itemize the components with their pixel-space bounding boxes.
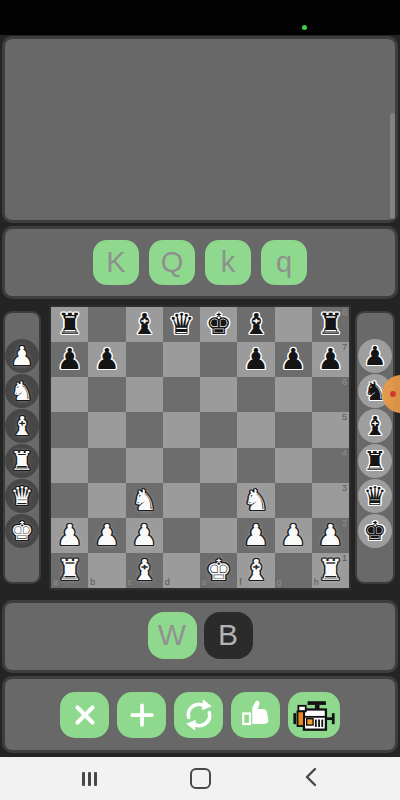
square-g8[interactable] xyxy=(275,307,312,342)
black-bishop: ♝ xyxy=(243,310,269,339)
square-h2[interactable]: ♟2 xyxy=(312,518,349,553)
square-a2[interactable]: ♟ xyxy=(51,518,88,553)
white-pawn: ♟ xyxy=(94,521,120,550)
square-c4[interactable] xyxy=(126,448,163,483)
tray-white-rook-button[interactable]: ♜ xyxy=(5,444,39,478)
back-icon xyxy=(305,767,317,791)
square-e2[interactable] xyxy=(200,518,237,553)
square-g5[interactable] xyxy=(275,412,312,447)
square-c7[interactable] xyxy=(126,342,163,377)
square-f4[interactable] xyxy=(237,448,274,483)
castling-white-queenside-button[interactable]: Q xyxy=(149,240,195,285)
file-label-d: d xyxy=(165,578,170,587)
square-e1[interactable]: ♚e xyxy=(200,553,237,588)
black-pawn-icon: ♟ xyxy=(363,339,386,373)
white-knight: ♞ xyxy=(131,486,157,515)
tray-black-pawn-button[interactable]: ♟ xyxy=(358,339,392,373)
square-h4[interactable]: 4 xyxy=(312,448,349,483)
tray-white-knight-button[interactable]: ♞ xyxy=(5,374,39,408)
square-h8[interactable]: ♜8 xyxy=(312,307,349,342)
file-label-f: f xyxy=(239,578,242,587)
square-a1[interactable]: ♜a xyxy=(51,553,88,588)
square-d6[interactable] xyxy=(163,377,200,412)
square-d8[interactable]: ♛ xyxy=(163,307,200,342)
chess-board: ♜♝♛♚♝♜8♟♟♟♟♟7654♞♞3♟♟♟♟♟♟2♜ab♝cd♚e♝fg♜1h xyxy=(49,305,351,590)
square-d5[interactable] xyxy=(163,412,200,447)
white-king: ♚ xyxy=(206,556,232,585)
white-king-icon: ♚ xyxy=(10,514,33,548)
white-bishop: ♝ xyxy=(131,556,157,585)
white-knight: ♞ xyxy=(243,486,269,515)
engine-button[interactable] xyxy=(288,692,340,738)
file-label-e: e xyxy=(202,578,207,587)
black-rook: ♜ xyxy=(57,310,83,339)
plus-icon xyxy=(124,697,160,733)
square-b6[interactable] xyxy=(88,377,125,412)
square-g2[interactable]: ♟ xyxy=(275,518,312,553)
white-pawn: ♟ xyxy=(280,521,306,550)
rank-label-4: 4 xyxy=(342,449,347,458)
square-f7[interactable]: ♟ xyxy=(237,342,274,377)
white-pawn-icon: ♟ xyxy=(10,339,33,373)
black-pawn: ♟ xyxy=(280,345,306,374)
toolbar xyxy=(2,676,398,753)
square-c3[interactable]: ♞ xyxy=(126,483,163,518)
file-label-b: b xyxy=(90,578,95,587)
white-pawn: ♟ xyxy=(243,521,269,550)
tray-black-queen-button[interactable]: ♛ xyxy=(358,479,392,513)
square-f1[interactable]: ♝f xyxy=(237,553,274,588)
square-f8[interactable]: ♝ xyxy=(237,307,274,342)
android-nav-bar xyxy=(0,757,400,800)
rank-label-1: 1 xyxy=(342,554,347,563)
square-e8[interactable]: ♚ xyxy=(200,307,237,342)
tray-white-pawn-button[interactable]: ♟ xyxy=(5,339,39,373)
castling-panel: K Q k q xyxy=(2,226,398,299)
file-label-h: h xyxy=(314,578,319,587)
white-queen-icon: ♛ xyxy=(10,479,33,513)
tray-black-rook-button[interactable]: ♜ xyxy=(358,444,392,478)
rank-label-6: 6 xyxy=(342,378,347,387)
castling-white-kingside-button[interactable]: K xyxy=(93,240,139,285)
black-pawn: ♟ xyxy=(317,345,343,374)
square-d4[interactable] xyxy=(163,448,200,483)
square-g7[interactable]: ♟ xyxy=(275,342,312,377)
black-king-icon: ♚ xyxy=(363,514,386,548)
turn-panel: W B xyxy=(2,600,398,673)
square-b3[interactable] xyxy=(88,483,125,518)
square-f2[interactable]: ♟ xyxy=(237,518,274,553)
white-rook: ♜ xyxy=(317,556,343,585)
white-knight-icon: ♞ xyxy=(10,374,33,408)
notification-dot-icon xyxy=(302,25,307,30)
square-d7[interactable] xyxy=(163,342,200,377)
x-icon xyxy=(67,697,103,733)
tray-black-bishop-button[interactable]: ♝ xyxy=(358,409,392,443)
add-position-button[interactable] xyxy=(117,692,166,738)
black-king: ♚ xyxy=(206,310,232,339)
tray-white-queen-button[interactable]: ♛ xyxy=(5,479,39,513)
square-d3[interactable] xyxy=(163,483,200,518)
white-pawn: ♟ xyxy=(317,521,343,550)
white-rook-icon: ♜ xyxy=(10,444,33,478)
black-to-move-button[interactable]: B xyxy=(204,612,253,659)
thumbs-up-icon xyxy=(238,697,274,733)
black-rook: ♜ xyxy=(317,310,343,339)
white-bishop: ♝ xyxy=(243,556,269,585)
black-pawn: ♟ xyxy=(94,345,120,374)
white-rook: ♜ xyxy=(57,556,83,585)
square-g1[interactable]: g xyxy=(275,553,312,588)
white-to-move-button[interactable]: W xyxy=(148,612,197,659)
rank-label-7: 7 xyxy=(342,343,347,352)
square-g6[interactable] xyxy=(275,377,312,412)
validate-button[interactable] xyxy=(231,692,280,738)
black-queen-icon: ♛ xyxy=(363,479,386,513)
square-g3[interactable] xyxy=(275,483,312,518)
square-b5[interactable] xyxy=(88,412,125,447)
chess-position-editor-app: { "game": "chess", "position": { "fen": … xyxy=(0,0,400,800)
clear-board-button[interactable] xyxy=(60,692,109,738)
square-h5[interactable]: 5 xyxy=(312,412,349,447)
preview-panel xyxy=(2,36,398,223)
square-c1[interactable]: ♝c xyxy=(126,553,163,588)
square-b1[interactable]: b xyxy=(88,553,125,588)
black-pawn: ♟ xyxy=(57,345,83,374)
square-a6[interactable] xyxy=(51,377,88,412)
square-e4[interactable] xyxy=(200,448,237,483)
rank-label-5: 5 xyxy=(342,413,347,422)
white-piece-tray: ♟♞♝♜♛♚ xyxy=(3,311,41,584)
file-label-c: c xyxy=(128,578,133,587)
square-f3[interactable]: ♞ xyxy=(237,483,274,518)
scrollbar-thumb[interactable] xyxy=(390,113,395,219)
rank-label-3: 3 xyxy=(342,484,347,493)
square-b2[interactable]: ♟ xyxy=(88,518,125,553)
square-d2[interactable] xyxy=(163,518,200,553)
square-b8[interactable] xyxy=(88,307,125,342)
tray-black-king-button[interactable]: ♚ xyxy=(358,514,392,548)
square-a3[interactable] xyxy=(51,483,88,518)
white-pawn: ♟ xyxy=(57,521,83,550)
square-c5[interactable] xyxy=(126,412,163,447)
black-rook-icon: ♜ xyxy=(363,444,386,478)
white-pawn: ♟ xyxy=(131,521,157,550)
black-knight-icon: ♞ xyxy=(363,374,386,408)
file-label-a: a xyxy=(53,578,58,587)
square-h3[interactable]: 3 xyxy=(312,483,349,518)
file-label-g: g xyxy=(277,578,282,587)
square-b4[interactable] xyxy=(88,448,125,483)
recents-button[interactable] xyxy=(66,757,112,800)
recents-icon xyxy=(82,772,97,786)
home-button[interactable] xyxy=(177,757,223,800)
rank-label-8: 8 xyxy=(342,308,347,317)
square-g4[interactable] xyxy=(275,448,312,483)
square-h6[interactable]: 6 xyxy=(312,377,349,412)
square-c2[interactable]: ♟ xyxy=(126,518,163,553)
black-pawn: ♟ xyxy=(243,345,269,374)
square-f5[interactable] xyxy=(237,412,274,447)
reset-cycle-button[interactable] xyxy=(174,692,223,738)
square-h7[interactable]: ♟7 xyxy=(312,342,349,377)
rank-label-2: 2 xyxy=(342,519,347,528)
tray-black-knight-button[interactable]: ♞ xyxy=(358,374,392,408)
square-e3[interactable] xyxy=(200,483,237,518)
back-button[interactable] xyxy=(288,757,334,800)
square-a5[interactable] xyxy=(51,412,88,447)
square-c8[interactable]: ♝ xyxy=(126,307,163,342)
square-h1[interactable]: ♜1h xyxy=(312,553,349,588)
square-b7[interactable]: ♟ xyxy=(88,342,125,377)
square-e7[interactable] xyxy=(200,342,237,377)
black-bishop-icon: ♝ xyxy=(363,409,386,443)
refresh-icon xyxy=(180,696,218,734)
black-bishop: ♝ xyxy=(131,310,157,339)
square-d1[interactable]: d xyxy=(163,553,200,588)
square-e6[interactable] xyxy=(200,377,237,412)
square-a7[interactable]: ♟ xyxy=(51,342,88,377)
square-a8[interactable]: ♜ xyxy=(51,307,88,342)
white-bishop-icon: ♝ xyxy=(10,409,33,443)
black-queen: ♛ xyxy=(168,310,194,339)
square-c6[interactable] xyxy=(126,377,163,412)
black-piece-tray: ♟♞♝♜♛♚ xyxy=(355,311,395,584)
status-bar xyxy=(0,0,400,35)
tray-white-bishop-button[interactable]: ♝ xyxy=(5,409,39,443)
castling-black-queenside-button[interactable]: q xyxy=(261,240,307,285)
home-icon xyxy=(190,768,211,789)
tray-white-king-button[interactable]: ♚ xyxy=(5,514,39,548)
castling-black-kingside-button[interactable]: k xyxy=(205,240,251,285)
square-f6[interactable] xyxy=(237,377,274,412)
square-e5[interactable] xyxy=(200,412,237,447)
square-a4[interactable] xyxy=(51,448,88,483)
engine-icon xyxy=(292,693,336,737)
